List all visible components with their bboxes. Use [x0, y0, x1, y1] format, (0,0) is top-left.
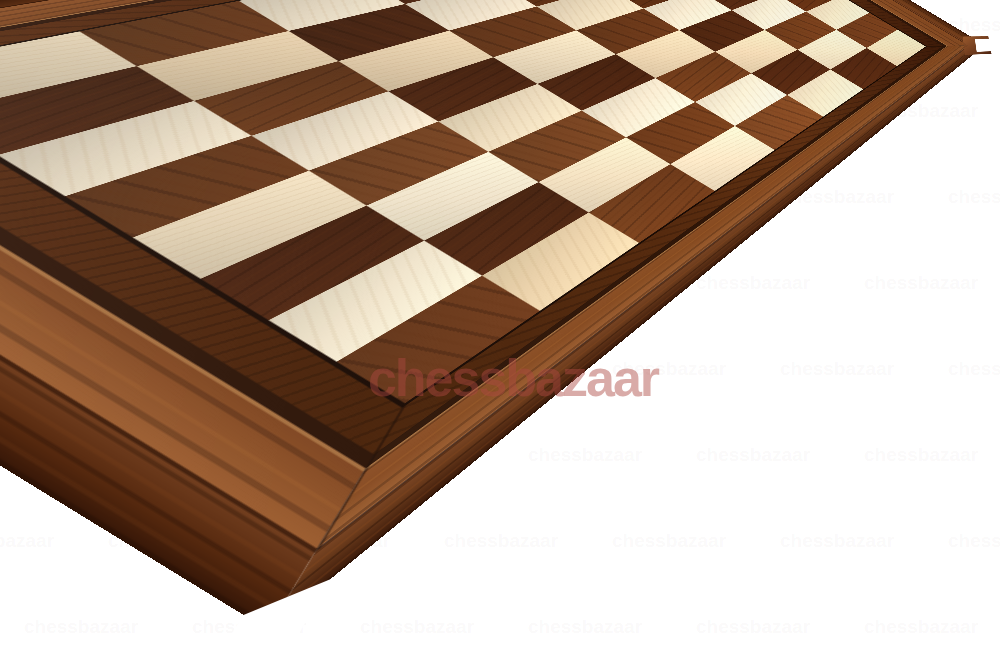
- watermark-tile: chessbazaar: [528, 616, 642, 638]
- watermark-tile: chessbazaar: [780, 358, 894, 380]
- watermark-tile: chessbazaar: [696, 444, 810, 466]
- watermark-tile: chessbazaar: [24, 616, 138, 638]
- watermark-tile: chessbazaar: [864, 444, 978, 466]
- watermark-tile: chessbazaar: [0, 530, 54, 552]
- watermark-tile: chessbazaar: [528, 444, 642, 466]
- watermark-tile: chessbazaar: [696, 616, 810, 638]
- watermark-tile: chessbazaar: [864, 272, 978, 294]
- watermark-tile: chessbazaar: [948, 186, 1000, 208]
- watermark-tile: chessbazaar: [612, 530, 726, 552]
- watermark-tile: chessbazaar: [780, 530, 894, 552]
- watermark-tile: chessbazaar: [864, 616, 978, 638]
- watermark-tile: chessbazaar: [948, 530, 1000, 552]
- watermark-tile: chessbazaar: [360, 616, 474, 638]
- watermark-tile: chessbazaar: [444, 530, 558, 552]
- watermark-text: chessbazaar: [350, 352, 676, 404]
- product-photo-scene: chessbazaarchessbazaarchessbazaarchessba…: [0, 0, 1000, 667]
- corner-chamfer-cut-right: [975, 39, 995, 52]
- watermark-tile: chessbazaar: [696, 272, 810, 294]
- watermark-tile: chessbazaar: [948, 358, 1000, 380]
